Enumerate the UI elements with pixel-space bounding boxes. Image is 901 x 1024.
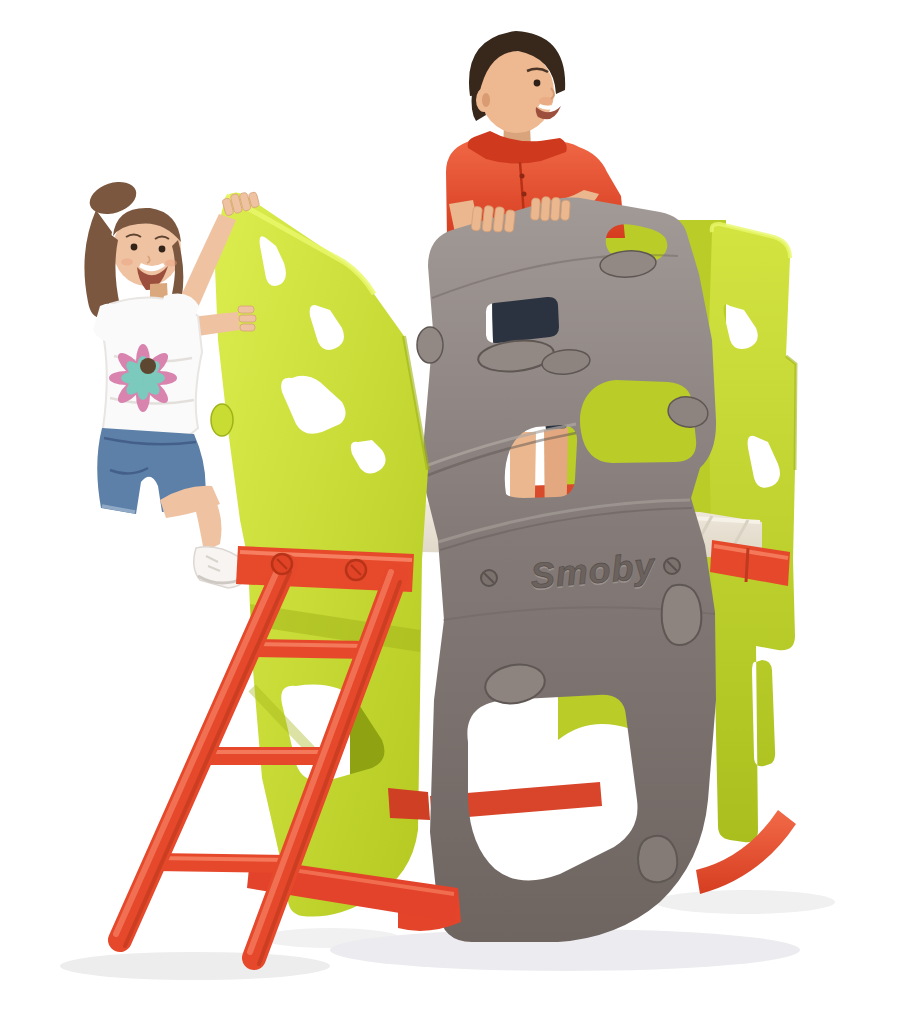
wall-handhold: [662, 585, 702, 645]
product-photo: Smoby Smoby: [0, 0, 901, 1024]
girl-cheek: [165, 260, 177, 267]
girl-eye: [159, 246, 166, 253]
floor-shadow: [60, 952, 330, 980]
boy-finger: [560, 200, 570, 221]
boy-finger: [550, 197, 560, 221]
wall-handhold: [417, 327, 443, 363]
ladder-rung: [155, 862, 289, 864]
flower-center: [140, 358, 156, 374]
left-panel-edge-hold: [211, 404, 233, 436]
girl-finger: [239, 315, 256, 322]
boy-finger: [530, 198, 540, 221]
ladder-rung: [250, 648, 368, 650]
grey-climbing-wall: Smoby Smoby: [417, 198, 716, 942]
boy-cheek: [539, 97, 553, 105]
boy-eye: [534, 80, 541, 87]
floor-shadow: [655, 890, 835, 914]
base-rail-stub: [388, 788, 430, 820]
girl-finger: [240, 324, 255, 331]
boy-ear-inner: [482, 93, 490, 107]
ladder-rung-highlight: [252, 644, 366, 646]
deck-trim-right-notch: [746, 548, 748, 582]
boy-polo-button: [522, 192, 527, 197]
girl-finger: [238, 306, 254, 313]
girl-flower-print: [109, 344, 177, 412]
flower-petals: [109, 344, 177, 412]
girl-eye: [131, 244, 138, 251]
wall-handhold: [638, 836, 677, 882]
boy-finger: [504, 210, 515, 233]
ladder-rung-highlight: [157, 858, 287, 860]
boy-polo-button: [520, 174, 525, 179]
girl-hand-side: [238, 306, 256, 331]
girl-cheek: [121, 259, 133, 266]
boy-finger: [540, 197, 550, 222]
playset-illustration: Smoby Smoby: [0, 0, 901, 1024]
